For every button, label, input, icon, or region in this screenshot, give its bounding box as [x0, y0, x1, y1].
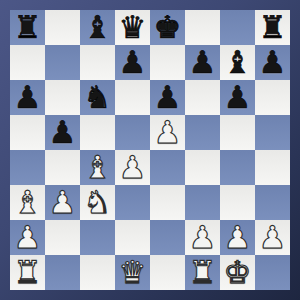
piece-white-pawn[interactable]: ♟ [255, 220, 290, 255]
piece-white-queen[interactable]: ♛ [115, 255, 150, 290]
piece-white-king[interactable]: ♚ [220, 255, 255, 290]
square-c8[interactable]: ♝ [80, 10, 115, 45]
square-a7[interactable] [10, 45, 45, 80]
square-g3[interactable] [220, 185, 255, 220]
piece-black-pawn[interactable]: ♟ [45, 115, 80, 150]
chess-board-frame: ♜♝♛♚♜♟♟♝♟♟♞♟♟♟♟♝♟♝♟♞♟♟♟♟♜♛♜♚ [0, 0, 300, 300]
square-g2[interactable]: ♟ [220, 220, 255, 255]
piece-black-bishop[interactable]: ♝ [80, 10, 115, 45]
square-a6[interactable]: ♟ [10, 80, 45, 115]
square-c1[interactable] [80, 255, 115, 290]
square-a3[interactable]: ♝ [10, 185, 45, 220]
square-b5[interactable]: ♟ [45, 115, 80, 150]
square-a4[interactable] [10, 150, 45, 185]
square-e1[interactable] [150, 255, 185, 290]
piece-black-pawn[interactable]: ♟ [10, 80, 45, 115]
chess-board: ♜♝♛♚♜♟♟♝♟♟♞♟♟♟♟♝♟♝♟♞♟♟♟♟♜♛♜♚ [10, 10, 290, 290]
square-b4[interactable] [45, 150, 80, 185]
square-b2[interactable] [45, 220, 80, 255]
square-f7[interactable]: ♟ [185, 45, 220, 80]
piece-black-knight[interactable]: ♞ [80, 80, 115, 115]
piece-white-pawn[interactable]: ♟ [185, 220, 220, 255]
square-d8[interactable]: ♛ [115, 10, 150, 45]
square-h8[interactable]: ♜ [255, 10, 290, 45]
square-c6[interactable]: ♞ [80, 80, 115, 115]
piece-black-pawn[interactable]: ♟ [115, 45, 150, 80]
piece-white-bishop[interactable]: ♝ [80, 150, 115, 185]
square-e3[interactable] [150, 185, 185, 220]
square-g7[interactable]: ♝ [220, 45, 255, 80]
square-c4[interactable]: ♝ [80, 150, 115, 185]
square-d4[interactable]: ♟ [115, 150, 150, 185]
square-b6[interactable] [45, 80, 80, 115]
square-h1[interactable] [255, 255, 290, 290]
square-b3[interactable]: ♟ [45, 185, 80, 220]
square-g1[interactable]: ♚ [220, 255, 255, 290]
square-e4[interactable] [150, 150, 185, 185]
square-h2[interactable]: ♟ [255, 220, 290, 255]
square-g8[interactable] [220, 10, 255, 45]
square-a1[interactable]: ♜ [10, 255, 45, 290]
square-a5[interactable] [10, 115, 45, 150]
piece-black-bishop[interactable]: ♝ [220, 45, 255, 80]
square-b8[interactable] [45, 10, 80, 45]
square-b7[interactable] [45, 45, 80, 80]
square-e8[interactable]: ♚ [150, 10, 185, 45]
square-e5[interactable]: ♟ [150, 115, 185, 150]
piece-white-pawn[interactable]: ♟ [45, 185, 80, 220]
square-d2[interactable] [115, 220, 150, 255]
square-f2[interactable]: ♟ [185, 220, 220, 255]
square-d3[interactable] [115, 185, 150, 220]
square-c5[interactable] [80, 115, 115, 150]
square-g6[interactable]: ♟ [220, 80, 255, 115]
piece-black-rook[interactable]: ♜ [10, 10, 45, 45]
square-e6[interactable]: ♟ [150, 80, 185, 115]
square-f1[interactable]: ♜ [185, 255, 220, 290]
square-e2[interactable] [150, 220, 185, 255]
square-h7[interactable]: ♟ [255, 45, 290, 80]
square-h5[interactable] [255, 115, 290, 150]
square-c7[interactable] [80, 45, 115, 80]
piece-black-pawn[interactable]: ♟ [220, 80, 255, 115]
piece-black-queen[interactable]: ♛ [115, 10, 150, 45]
square-f8[interactable] [185, 10, 220, 45]
piece-white-bishop[interactable]: ♝ [10, 185, 45, 220]
square-h6[interactable] [255, 80, 290, 115]
square-g4[interactable] [220, 150, 255, 185]
piece-black-king[interactable]: ♚ [150, 10, 185, 45]
piece-black-rook[interactable]: ♜ [255, 10, 290, 45]
square-c3[interactable]: ♞ [80, 185, 115, 220]
square-h3[interactable] [255, 185, 290, 220]
piece-black-pawn[interactable]: ♟ [150, 80, 185, 115]
square-a2[interactable]: ♟ [10, 220, 45, 255]
piece-white-rook[interactable]: ♜ [185, 255, 220, 290]
square-c2[interactable] [80, 220, 115, 255]
square-d6[interactable] [115, 80, 150, 115]
piece-black-pawn[interactable]: ♟ [185, 45, 220, 80]
square-f4[interactable] [185, 150, 220, 185]
square-d1[interactable]: ♛ [115, 255, 150, 290]
square-e7[interactable] [150, 45, 185, 80]
piece-white-pawn[interactable]: ♟ [10, 220, 45, 255]
square-f6[interactable] [185, 80, 220, 115]
square-d5[interactable] [115, 115, 150, 150]
square-g5[interactable] [220, 115, 255, 150]
piece-white-rook[interactable]: ♜ [10, 255, 45, 290]
square-d7[interactable]: ♟ [115, 45, 150, 80]
square-h4[interactable] [255, 150, 290, 185]
square-f5[interactable] [185, 115, 220, 150]
square-b1[interactable] [45, 255, 80, 290]
square-f3[interactable] [185, 185, 220, 220]
piece-white-pawn[interactable]: ♟ [115, 150, 150, 185]
piece-white-knight[interactable]: ♞ [80, 185, 115, 220]
square-a8[interactable]: ♜ [10, 10, 45, 45]
piece-white-pawn[interactable]: ♟ [150, 115, 185, 150]
piece-white-pawn[interactable]: ♟ [220, 220, 255, 255]
piece-black-pawn[interactable]: ♟ [255, 45, 290, 80]
